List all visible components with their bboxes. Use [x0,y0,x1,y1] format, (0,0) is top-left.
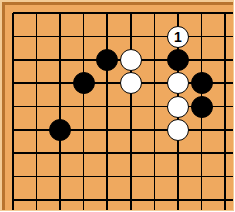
grid-line-v [36,72,38,95]
intersection-c3r1[interactable] [48,2,72,25]
grid-line-v [154,13,156,25]
grid-line-v [201,13,203,25]
intersection-c4r1[interactable] [72,2,96,25]
black-stone [191,96,213,118]
intersection-c10r4[interactable] [213,72,234,95]
intersection-c2r9[interactable] [25,188,49,211]
white-stone [120,49,142,71]
intersection-c1r6[interactable] [1,118,25,141]
grid-line-v [106,118,108,141]
grid-line-h [13,106,25,108]
move-number-label: 1 [174,30,182,44]
grid-line-v [130,188,132,211]
grid-line-v [177,13,179,25]
grid-line-v [83,95,85,118]
grid-line-v [59,25,61,48]
grid-line-v [59,13,61,25]
grid-line-v [83,13,85,25]
grid-line-v [224,25,226,48]
grid-line-h [13,59,25,61]
intersection-c9r5[interactable] [190,95,214,118]
white-stone [167,119,189,141]
intersection-c5r5[interactable] [95,95,119,118]
grid-line-v [59,72,61,95]
grid-line-v [154,118,156,141]
grid-line-v [106,95,108,118]
intersection-c9r6[interactable] [190,118,214,141]
grid-line-v [83,142,85,165]
intersection-c5r6[interactable] [95,118,119,141]
intersection-c9r4[interactable] [190,72,214,95]
grid-line-v [59,95,61,118]
grid-line-v [154,142,156,165]
grid-line-v [224,72,226,95]
intersection-c5r2[interactable] [95,25,119,48]
grid-line-v [106,72,108,95]
grid-line-v [201,188,203,211]
intersection-c2r6[interactable] [25,118,49,141]
grid-line-v [83,25,85,48]
intersection-c9r2[interactable] [190,25,214,48]
grid-line-v [59,142,61,165]
board-grid: 1 [1,2,234,211]
intersection-c10r7[interactable] [213,142,234,165]
grid-line-v [12,118,14,141]
grid-line-v [36,48,38,71]
intersection-c8r9[interactable] [166,188,190,211]
intersection-c1r1[interactable] [1,2,25,25]
grid-line-v [36,188,38,211]
intersection-c6r8[interactable] [119,165,143,188]
grid-line-v [224,142,226,165]
grid-line-v [201,25,203,48]
intersection-c8r3[interactable] [166,48,190,71]
grid-line-h [13,12,25,14]
black-stone [96,49,118,71]
grid-line-v [36,95,38,118]
intersection-c9r7[interactable] [190,142,214,165]
grid-line-v [177,188,179,211]
intersection-c9r8[interactable] [190,165,214,188]
intersection-c10r3[interactable] [213,48,234,71]
grid-line-v [12,188,14,211]
grid-line-v [83,48,85,71]
grid-line-v [224,13,226,25]
intersection-c2r8[interactable] [25,165,49,188]
grid-line-v [201,165,203,188]
intersection-c5r3[interactable] [95,48,119,71]
intersection-c3r6[interactable] [48,118,72,141]
grid-line-v [224,95,226,118]
grid-line-v [106,188,108,211]
intersection-c8r4[interactable] [166,72,190,95]
intersection-c8r1[interactable] [166,2,190,25]
board-edge-top [2,2,233,5]
intersection-c1r9[interactable] [1,188,25,211]
black-stone [191,72,213,94]
board-cut-edge-bottom [0,210,234,212]
black-stone [167,49,189,71]
grid-line-v [177,142,179,165]
intersection-c6r6[interactable] [119,118,143,141]
intersection-c8r5[interactable] [166,95,190,118]
intersection-c3r7[interactable] [48,142,72,165]
intersection-c8r6[interactable] [166,118,190,141]
grid-line-h [13,152,25,154]
grid-line-v [36,25,38,48]
grid-line-v [12,95,14,118]
intersection-c3r4[interactable] [48,72,72,95]
intersection-c1r4[interactable] [1,72,25,95]
intersection-c5r7[interactable] [95,142,119,165]
intersection-c8r7[interactable] [166,142,190,165]
grid-line-v [59,165,61,188]
black-stone [49,119,71,141]
grid-line-h [13,129,25,131]
intersection-c1r5[interactable] [1,95,25,118]
grid-line-v [130,165,132,188]
intersection-c7r8[interactable] [143,165,167,188]
intersection-c5r1[interactable] [95,2,119,25]
grid-line-v [83,165,85,188]
grid-line-v [177,165,179,188]
intersection-c4r7[interactable] [72,142,96,165]
intersection-c1r7[interactable] [1,142,25,165]
grid-line-v [36,165,38,188]
grid-line-v [106,13,108,25]
grid-line-v [130,95,132,118]
intersection-c7r6[interactable] [143,118,167,141]
intersection-c4r2[interactable] [72,25,96,48]
intersection-c4r3[interactable] [72,48,96,71]
grid-line-v [36,13,38,25]
intersection-c5r8[interactable] [95,165,119,188]
intersection-c9r9[interactable] [190,188,214,211]
grid-line-v [154,188,156,211]
grid-line-v [224,188,226,211]
grid-line-v [59,48,61,71]
board-cut-edge-right [233,0,235,211]
white-stone [120,72,142,94]
grid-line-v [154,72,156,95]
intersection-c2r7[interactable] [25,142,49,165]
intersection-c4r6[interactable] [72,118,96,141]
grid-line-h [13,36,25,38]
intersection-c7r4[interactable] [143,72,167,95]
grid-line-h [13,82,25,84]
intersection-c5r9[interactable] [95,188,119,211]
intersection-c10r5[interactable] [213,95,234,118]
grid-line-v [201,48,203,71]
intersection-c4r4[interactable] [72,72,96,95]
intersection-c4r8[interactable] [72,165,96,188]
grid-line-v [130,13,132,25]
grid-line-v [83,118,85,141]
intersection-c1r8[interactable] [1,165,25,188]
intersection-c2r1[interactable] [25,2,49,25]
grid-line-v [154,165,156,188]
intersection-c2r4[interactable] [25,72,49,95]
intersection-c1r2[interactable] [1,25,25,48]
intersection-c10r1[interactable] [213,2,234,25]
grid-line-v [12,72,14,95]
intersection-c5r4[interactable] [95,72,119,95]
intersection-c6r4[interactable] [119,72,143,95]
grid-line-v [106,165,108,188]
intersection-c2r3[interactable] [25,48,49,71]
grid-line-v [224,118,226,141]
grid-line-v [59,188,61,211]
board-edge-left [2,2,5,210]
white-stone-move-1: 1 [167,26,189,48]
intersection-c7r9[interactable] [143,188,167,211]
intersection-c6r5[interactable] [119,95,143,118]
white-stone [167,96,189,118]
intersection-c7r7[interactable] [143,142,167,165]
intersection-c3r9[interactable] [48,188,72,211]
go-board: 1 [0,0,234,211]
grid-line-v [224,48,226,71]
intersection-c9r3[interactable] [190,48,214,71]
intersection-c10r6[interactable] [213,118,234,141]
intersection-c7r3[interactable] [143,48,167,71]
intersection-c10r2[interactable] [213,25,234,48]
white-stone [167,72,189,94]
intersection-c9r1[interactable] [190,2,214,25]
intersection-c7r5[interactable] [143,95,167,118]
grid-line-h [13,176,25,178]
intersection-c2r2[interactable] [25,25,49,48]
grid-line-v [36,118,38,141]
grid-line-v [154,95,156,118]
black-stone [73,72,95,94]
grid-line-v [154,48,156,71]
intersection-c6r9[interactable] [119,188,143,211]
grid-line-v [12,48,14,71]
intersection-c10r9[interactable] [213,188,234,211]
grid-line-v [83,188,85,211]
intersection-c3r2[interactable] [48,25,72,48]
grid-line-v [12,25,14,48]
grid-line-v [12,165,14,188]
intersection-c2r5[interactable] [25,95,49,118]
intersection-c7r1[interactable] [143,2,167,25]
grid-line-v [12,13,14,25]
intersection-c8r8[interactable] [166,165,190,188]
intersection-c3r3[interactable] [48,48,72,71]
intersection-c4r9[interactable] [72,188,96,211]
intersection-c6r2[interactable] [119,25,143,48]
intersection-c6r3[interactable] [119,48,143,71]
intersection-c3r8[interactable] [48,165,72,188]
intersection-c8r2[interactable]: 1 [166,25,190,48]
grid-line-v [106,142,108,165]
intersection-c6r7[interactable] [119,142,143,165]
intersection-c10r8[interactable] [213,165,234,188]
grid-line-v [201,142,203,165]
grid-line-h [13,199,25,201]
intersection-c4r5[interactable] [72,95,96,118]
grid-line-v [154,25,156,48]
intersection-c7r2[interactable] [143,25,167,48]
intersection-c3r5[interactable] [48,95,72,118]
grid-line-v [106,25,108,48]
grid-line-v [224,165,226,188]
grid-line-v [201,118,203,141]
intersection-c6r1[interactable] [119,2,143,25]
intersection-c1r3[interactable] [1,48,25,71]
grid-line-v [130,118,132,141]
grid-line-v [130,142,132,165]
grid-line-v [12,142,14,165]
grid-line-v [36,142,38,165]
grid-line-v [130,25,132,48]
